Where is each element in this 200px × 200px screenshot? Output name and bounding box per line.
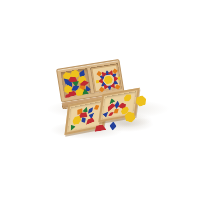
yellow-square-piece [118, 77, 121, 80]
orange-square-piece [114, 109, 119, 113]
yellow-hexagon-piece [123, 94, 133, 101]
orange-square-piece [115, 84, 120, 89]
loose-block-pile [61, 68, 92, 98]
block-storage-compartment [61, 68, 92, 98]
board-compartment [90, 63, 122, 93]
product-photo [0, 0, 200, 200]
orange-square-piece [99, 87, 104, 92]
butterfly-design [102, 91, 137, 118]
red-trapezoid-piece [86, 117, 95, 126]
board-2-surface [102, 91, 137, 118]
orange-square-piece [94, 105, 99, 110]
orange-square-piece [113, 68, 118, 73]
flower-mosaic-design [92, 66, 119, 91]
yellow-square-piece [96, 80, 99, 83]
orange-square-piece [97, 71, 102, 76]
flower-mosaic-board [91, 64, 120, 92]
green-triangle-piece [109, 97, 116, 105]
